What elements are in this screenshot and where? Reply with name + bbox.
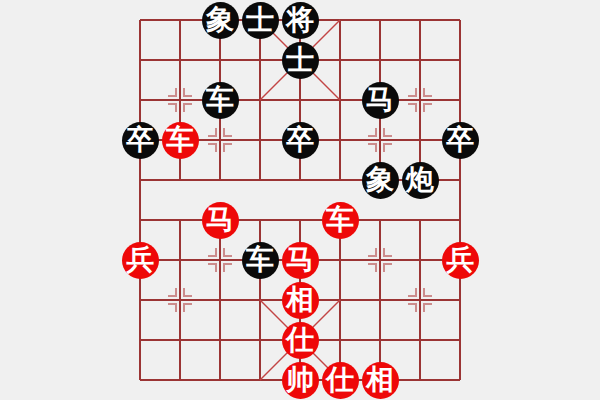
piece-red-soldier[interactable]: 兵 (122, 242, 159, 279)
piece-red-elephant[interactable]: 相 (362, 362, 399, 399)
piece-red-soldier[interactable]: 兵 (442, 242, 479, 279)
piece-black-elephant[interactable]: 象 (202, 2, 239, 39)
piece-red-general[interactable]: 帅 (282, 362, 319, 399)
xiangqi-board[interactable]: 象士将士车马卒车卒卒象炮马车兵车马兵相仕帅仕相 (120, 0, 480, 400)
piece-black-elephant[interactable]: 象 (362, 162, 399, 199)
piece-black-soldier[interactable]: 卒 (282, 122, 319, 159)
piece-red-horse[interactable]: 马 (202, 202, 239, 239)
piece-black-soldier[interactable]: 卒 (442, 122, 479, 159)
piece-black-soldier[interactable]: 卒 (122, 122, 159, 159)
piece-black-general[interactable]: 将 (282, 2, 319, 39)
piece-black-horse[interactable]: 马 (362, 82, 399, 119)
piece-black-cannon[interactable]: 炮 (402, 162, 439, 199)
piece-red-chariot[interactable]: 车 (322, 202, 359, 239)
piece-red-advisor[interactable]: 仕 (282, 322, 319, 359)
app-background: 象士将士车马卒车卒卒象炮马车兵车马兵相仕帅仕相 (0, 0, 600, 400)
piece-red-chariot[interactable]: 车 (162, 122, 199, 159)
piece-black-chariot[interactable]: 车 (242, 242, 279, 279)
piece-red-elephant[interactable]: 相 (282, 282, 319, 319)
piece-red-horse[interactable]: 马 (282, 242, 319, 279)
piece-black-advisor[interactable]: 士 (282, 42, 319, 79)
piece-black-chariot[interactable]: 车 (202, 82, 239, 119)
piece-black-advisor[interactable]: 士 (242, 2, 279, 39)
piece-red-advisor[interactable]: 仕 (322, 362, 359, 399)
